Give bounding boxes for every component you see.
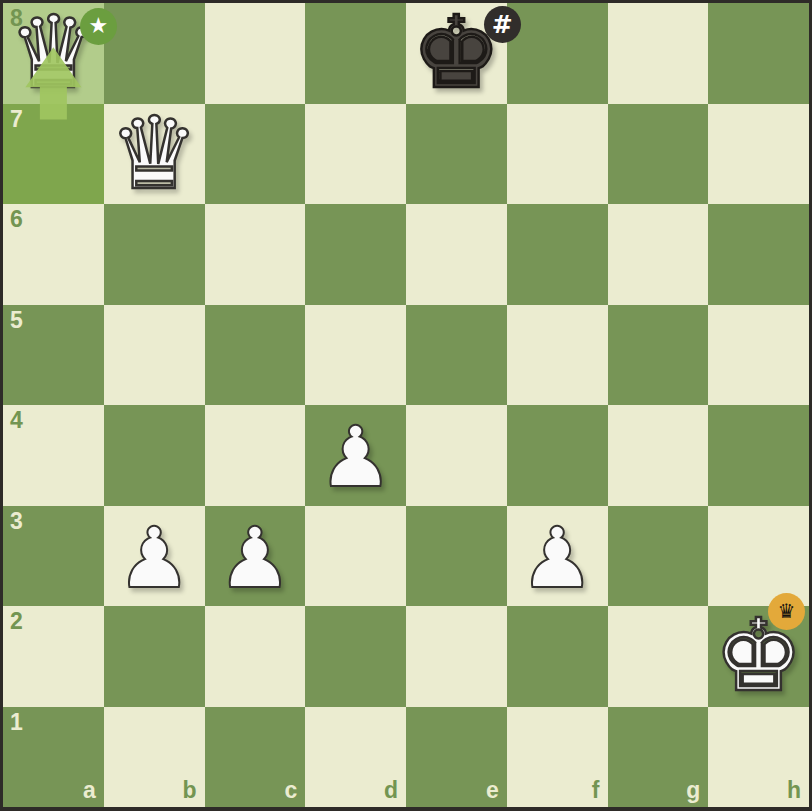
winner-crown-badge-glyph: ♛ bbox=[778, 601, 796, 621]
square-e4[interactable] bbox=[406, 405, 507, 506]
square-h4[interactable] bbox=[708, 405, 809, 506]
square-b4[interactable] bbox=[104, 405, 205, 506]
chess-board-screenshot: 8♛★♚#7♛654♟3♟♟♟2♚♛1abcdefgh bbox=[0, 0, 812, 811]
coordinate-file-c: c bbox=[284, 779, 297, 802]
square-a1[interactable]: 1a bbox=[3, 707, 104, 808]
coordinate-file-d: d bbox=[384, 779, 398, 802]
square-f6[interactable] bbox=[507, 204, 608, 305]
square-e1[interactable]: e bbox=[406, 707, 507, 808]
square-d3[interactable] bbox=[305, 506, 406, 607]
square-a7[interactable]: 7 bbox=[3, 104, 104, 205]
square-e6[interactable] bbox=[406, 204, 507, 305]
square-a6[interactable]: 6 bbox=[3, 204, 104, 305]
square-g8[interactable] bbox=[608, 3, 709, 104]
coordinate-rank-4: 4 bbox=[10, 409, 23, 432]
square-f1[interactable]: f bbox=[507, 707, 608, 808]
square-a5[interactable]: 5 bbox=[3, 305, 104, 406]
best-move-star-badge-glyph: ★ bbox=[88, 15, 108, 37]
checkmate-badge-glyph: # bbox=[492, 12, 513, 37]
square-c1[interactable]: c bbox=[205, 707, 306, 808]
square-g2[interactable] bbox=[608, 606, 709, 707]
square-b2[interactable] bbox=[104, 606, 205, 707]
square-d4[interactable]: ♟ bbox=[305, 405, 406, 506]
square-e7[interactable] bbox=[406, 104, 507, 205]
square-a8[interactable]: 8♛★ bbox=[3, 3, 104, 104]
square-e8[interactable]: ♚# bbox=[406, 3, 507, 104]
square-b6[interactable] bbox=[104, 204, 205, 305]
square-c3[interactable]: ♟ bbox=[205, 506, 306, 607]
white-pawn-d4[interactable]: ♟ bbox=[305, 407, 406, 508]
coordinate-file-b: b bbox=[182, 779, 196, 802]
square-c2[interactable] bbox=[205, 606, 306, 707]
coordinate-file-g: g bbox=[686, 779, 700, 802]
square-g6[interactable] bbox=[608, 204, 709, 305]
square-e2[interactable] bbox=[406, 606, 507, 707]
square-g7[interactable] bbox=[608, 104, 709, 205]
square-b7[interactable]: ♛ bbox=[104, 104, 205, 205]
coordinate-rank-2: 2 bbox=[10, 610, 23, 633]
square-c4[interactable] bbox=[205, 405, 306, 506]
square-d7[interactable] bbox=[305, 104, 406, 205]
square-f7[interactable] bbox=[507, 104, 608, 205]
square-c5[interactable] bbox=[205, 305, 306, 406]
square-g5[interactable] bbox=[608, 305, 709, 406]
square-g4[interactable] bbox=[608, 405, 709, 506]
coordinate-rank-6: 6 bbox=[10, 208, 23, 231]
square-d8[interactable] bbox=[305, 3, 406, 104]
square-g1[interactable]: g bbox=[608, 707, 709, 808]
square-d2[interactable] bbox=[305, 606, 406, 707]
square-f5[interactable] bbox=[507, 305, 608, 406]
square-c8[interactable] bbox=[205, 3, 306, 104]
square-b1[interactable]: b bbox=[104, 707, 205, 808]
square-f4[interactable] bbox=[507, 405, 608, 506]
winner-crown-badge: ♛ bbox=[768, 593, 805, 630]
square-g3[interactable] bbox=[608, 506, 709, 607]
coordinate-file-h: h bbox=[787, 779, 801, 802]
coordinate-rank-3: 3 bbox=[10, 510, 23, 533]
chess-board: 8♛★♚#7♛654♟3♟♟♟2♚♛1abcdefgh bbox=[3, 3, 809, 807]
square-h7[interactable] bbox=[708, 104, 809, 205]
square-f2[interactable] bbox=[507, 606, 608, 707]
white-pawn-b3[interactable]: ♟ bbox=[104, 508, 205, 609]
square-b3[interactable]: ♟ bbox=[104, 506, 205, 607]
square-h2[interactable]: ♚♛ bbox=[708, 606, 809, 707]
square-h3[interactable] bbox=[708, 506, 809, 607]
white-queen-b7[interactable]: ♛ bbox=[104, 104, 205, 205]
square-c6[interactable] bbox=[205, 204, 306, 305]
square-f8[interactable] bbox=[507, 3, 608, 104]
coordinate-rank-1: 1 bbox=[10, 711, 23, 734]
square-b8[interactable] bbox=[104, 3, 205, 104]
white-pawn-f3[interactable]: ♟ bbox=[507, 508, 608, 609]
square-b5[interactable] bbox=[104, 305, 205, 406]
square-d6[interactable] bbox=[305, 204, 406, 305]
white-pawn-c3[interactable]: ♟ bbox=[205, 508, 306, 609]
best-move-star-badge: ★ bbox=[80, 8, 117, 45]
square-d5[interactable] bbox=[305, 305, 406, 406]
square-a3[interactable]: 3 bbox=[3, 506, 104, 607]
coordinate-file-a: a bbox=[83, 779, 96, 802]
coordinate-rank-5: 5 bbox=[10, 309, 23, 332]
square-h6[interactable] bbox=[708, 204, 809, 305]
square-h1[interactable]: h bbox=[708, 707, 809, 808]
coordinate-file-f: f bbox=[592, 779, 600, 802]
square-e3[interactable] bbox=[406, 506, 507, 607]
square-a2[interactable]: 2 bbox=[3, 606, 104, 707]
square-h5[interactable] bbox=[708, 305, 809, 406]
square-c7[interactable] bbox=[205, 104, 306, 205]
coordinate-file-e: e bbox=[486, 779, 499, 802]
square-d1[interactable]: d bbox=[305, 707, 406, 808]
checkmate-badge: # bbox=[484, 6, 521, 43]
square-f3[interactable]: ♟ bbox=[507, 506, 608, 607]
square-e5[interactable] bbox=[406, 305, 507, 406]
square-a4[interactable]: 4 bbox=[3, 405, 104, 506]
square-h8[interactable] bbox=[708, 3, 809, 104]
